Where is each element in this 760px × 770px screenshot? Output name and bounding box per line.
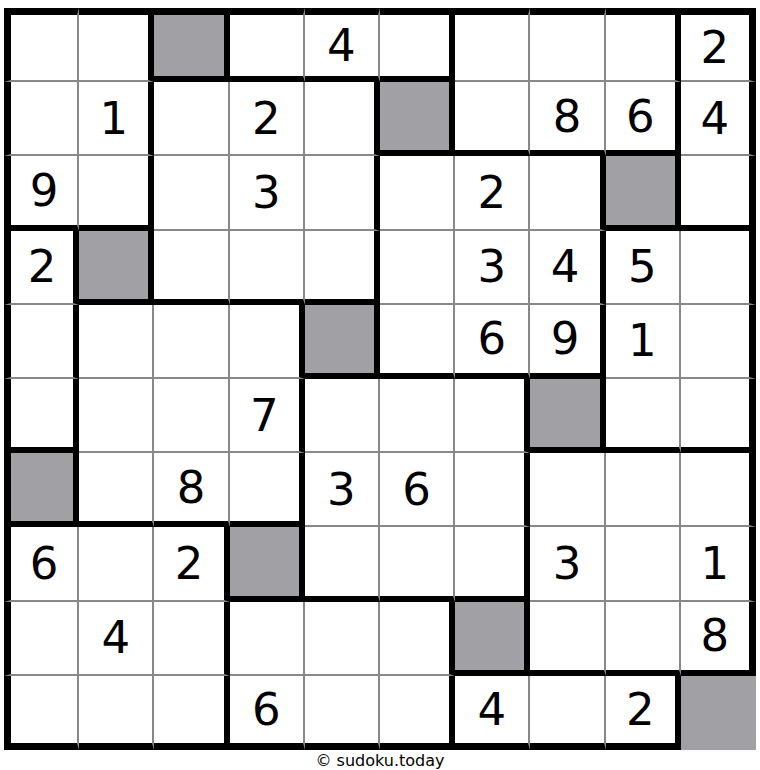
cell-r10c7[interactable]: 4 [455,676,530,750]
cell-r3c7[interactable]: 2 [455,156,530,230]
cell-r1c2[interactable] [79,8,154,82]
cell-r2c4[interactable]: 2 [230,82,305,156]
cell-r8c10[interactable]: 1 [681,527,756,601]
cell-r5c9[interactable]: 1 [606,305,681,379]
cell-r7c10[interactable] [681,453,756,527]
cell-r2c5[interactable] [305,82,380,156]
blocked-cell-r6c8 [530,379,605,453]
cell-r9c6[interactable] [380,602,455,676]
cell-r10c1[interactable] [4,676,79,750]
cell-r10c6[interactable] [380,676,455,750]
cell-r1c8[interactable] [530,8,605,82]
cell-r4c4[interactable] [230,231,305,305]
cell-r2c8[interactable]: 8 [530,82,605,156]
cell-r10c9[interactable]: 2 [606,676,681,750]
cell-r9c1[interactable] [4,602,79,676]
cell-r3c6[interactable] [380,156,455,230]
cell-r1c10[interactable]: 2 [681,8,756,82]
cell-r8c6[interactable] [380,527,455,601]
cell-r8c7[interactable] [455,527,530,601]
cell-r10c8[interactable] [530,676,605,750]
cell-r5c4[interactable] [230,305,305,379]
cell-r7c7[interactable] [455,453,530,527]
cell-r7c5[interactable]: 3 [305,453,380,527]
blocked-cell-r10c10 [681,676,756,750]
cell-r6c6[interactable] [380,379,455,453]
cell-r8c1[interactable]: 6 [4,527,79,601]
cell-r4c9[interactable]: 5 [606,231,681,305]
cell-r6c3[interactable] [154,379,229,453]
cell-r8c3[interactable]: 2 [154,527,229,601]
cell-r8c8[interactable]: 3 [530,527,605,601]
cell-r10c4[interactable]: 6 [230,676,305,750]
cell-r2c3[interactable] [154,82,229,156]
cell-r9c4[interactable] [230,602,305,676]
cell-r6c1[interactable] [4,379,79,453]
cell-r9c8[interactable] [530,602,605,676]
cell-r3c2[interactable] [79,156,154,230]
blocked-cell-r8c4 [230,527,305,601]
cell-r5c3[interactable] [154,305,229,379]
cell-r7c4[interactable] [230,453,305,527]
cell-r2c2[interactable]: 1 [79,82,154,156]
caption: © sudoku.today [0,751,760,770]
cell-r4c8[interactable]: 4 [530,231,605,305]
cell-r5c6[interactable] [380,305,455,379]
cell-r6c4[interactable]: 7 [230,379,305,453]
cell-r8c5[interactable] [305,527,380,601]
cell-r4c6[interactable] [380,231,455,305]
cell-r3c3[interactable] [154,156,229,230]
cell-r3c4[interactable]: 3 [230,156,305,230]
puzzle-page: 421286493223456917836623148642 © sudoku.… [0,0,760,770]
cell-r5c7[interactable]: 6 [455,305,530,379]
cell-r10c3[interactable] [154,676,229,750]
cell-r1c7[interactable] [455,8,530,82]
cell-r6c7[interactable] [455,379,530,453]
cell-r5c2[interactable] [79,305,154,379]
cell-r4c10[interactable] [681,231,756,305]
board: 421286493223456917836623148642 [4,8,756,750]
cell-r6c9[interactable] [606,379,681,453]
cell-r6c5[interactable] [305,379,380,453]
cell-r6c10[interactable] [681,379,756,453]
blocked-cell-r2c6 [380,82,455,156]
cell-r1c5[interactable]: 4 [305,8,380,82]
cell-r5c8[interactable]: 9 [530,305,605,379]
cell-r1c9[interactable] [606,8,681,82]
cell-r5c10[interactable] [681,305,756,379]
cell-r2c7[interactable] [455,82,530,156]
cell-r1c4[interactable] [230,8,305,82]
cell-r10c2[interactable] [79,676,154,750]
cell-r4c5[interactable] [305,231,380,305]
cell-r3c1[interactable]: 9 [4,156,79,230]
cell-r1c1[interactable] [4,8,79,82]
cell-r3c8[interactable] [530,156,605,230]
cell-r9c2[interactable]: 4 [79,602,154,676]
cell-r8c2[interactable] [79,527,154,601]
cell-r3c10[interactable] [681,156,756,230]
cell-r5c1[interactable] [4,305,79,379]
cell-r3c5[interactable] [305,156,380,230]
blocked-cell-r3c9 [606,156,681,230]
cell-r2c10[interactable]: 4 [681,82,756,156]
cell-r6c2[interactable] [79,379,154,453]
cell-r2c1[interactable] [4,82,79,156]
cell-r7c9[interactable] [606,453,681,527]
blocked-cell-r4c2 [79,231,154,305]
cell-r8c9[interactable] [606,527,681,601]
cell-r9c5[interactable] [305,602,380,676]
cell-r4c1[interactable]: 2 [4,231,79,305]
blocked-cell-r9c7 [455,602,530,676]
cell-r7c8[interactable] [530,453,605,527]
cell-r4c3[interactable] [154,231,229,305]
cell-r2c9[interactable]: 6 [606,82,681,156]
cell-r7c6[interactable]: 6 [380,453,455,527]
blocked-cell-r5c5 [305,305,380,379]
blocked-cell-r1c3 [154,8,229,82]
cell-r4c7[interactable]: 3 [455,231,530,305]
cell-r7c3[interactable]: 8 [154,453,229,527]
blocked-cell-r7c1 [4,453,79,527]
cell-r10c5[interactable] [305,676,380,750]
cell-r9c9[interactable] [606,602,681,676]
cell-r1c6[interactable] [380,8,455,82]
cell-r9c3[interactable] [154,602,229,676]
cell-r7c2[interactable] [79,453,154,527]
cell-r9c10[interactable]: 8 [681,602,756,676]
